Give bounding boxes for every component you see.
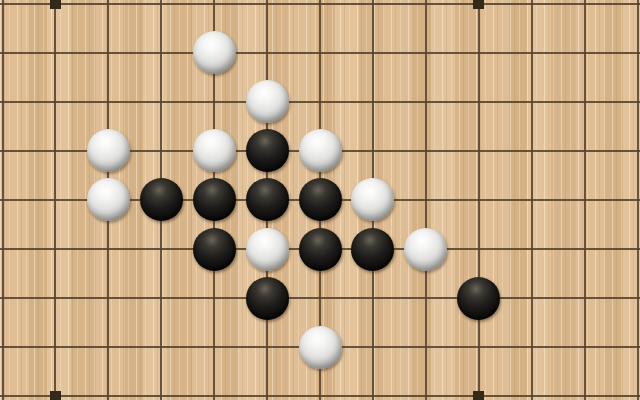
black-stone	[457, 277, 500, 320]
black-stone	[193, 178, 236, 221]
white-stone	[193, 129, 236, 172]
star-point-marker	[50, 391, 61, 400]
black-stone	[299, 228, 342, 271]
grid-line-horizontal	[0, 101, 640, 103]
white-stone	[299, 326, 342, 369]
black-stone	[246, 129, 289, 172]
white-stone	[246, 228, 289, 271]
black-stone	[246, 277, 289, 320]
black-stone	[299, 178, 342, 221]
grid-line-horizontal	[0, 3, 640, 5]
white-stone	[404, 228, 447, 271]
white-stone	[299, 129, 342, 172]
black-stone	[246, 178, 289, 221]
star-point-marker	[473, 0, 484, 9]
white-stone	[246, 80, 289, 123]
white-stone	[87, 129, 130, 172]
star-point-marker	[473, 391, 484, 400]
black-stone	[193, 228, 236, 271]
white-stone	[351, 178, 394, 221]
gomoku-board[interactable]	[0, 0, 640, 400]
star-point-marker	[50, 0, 61, 9]
white-stone	[193, 31, 236, 74]
black-stone	[140, 178, 183, 221]
white-stone	[87, 178, 130, 221]
grid-line-horizontal	[0, 395, 640, 397]
grid-line-horizontal	[0, 297, 640, 299]
grid-line-horizontal	[0, 52, 640, 54]
black-stone	[351, 228, 394, 271]
